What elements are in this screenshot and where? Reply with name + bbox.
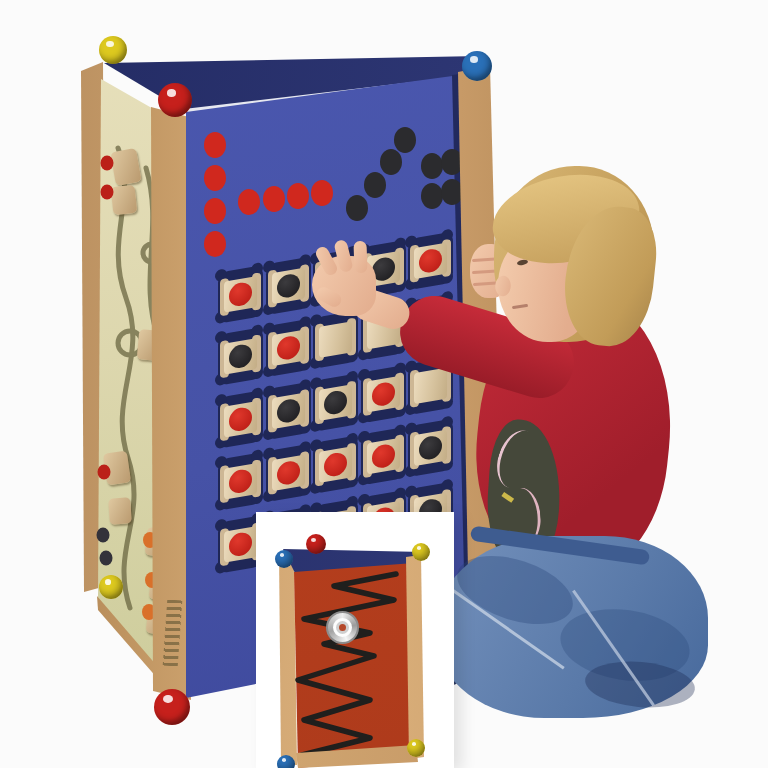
print-squiggle [490, 425, 547, 495]
corner-ball-inset-top-right [412, 543, 430, 561]
corner-ball-main-rear-post-bottom [99, 575, 123, 599]
corner-ball-inset-bottom-left [277, 755, 295, 768]
child-finger [353, 241, 367, 273]
disc-hub [339, 624, 346, 631]
corner-ball-main-rear-post-top [99, 36, 127, 64]
inset-zigzag-track [290, 560, 425, 765]
corner-ball-inset-bottom-right [407, 739, 425, 757]
corner-ball-main-right-post-top [462, 51, 492, 81]
corner-ball-main-front-post-bottom [154, 689, 190, 725]
corner-ball-inset-top-middle [306, 534, 326, 554]
photo-scene [0, 0, 768, 768]
spiral-disc[interactable] [326, 611, 359, 644]
corner-ball-main-front-post-top [158, 83, 192, 117]
corner-ball-inset-top-left [275, 550, 293, 568]
